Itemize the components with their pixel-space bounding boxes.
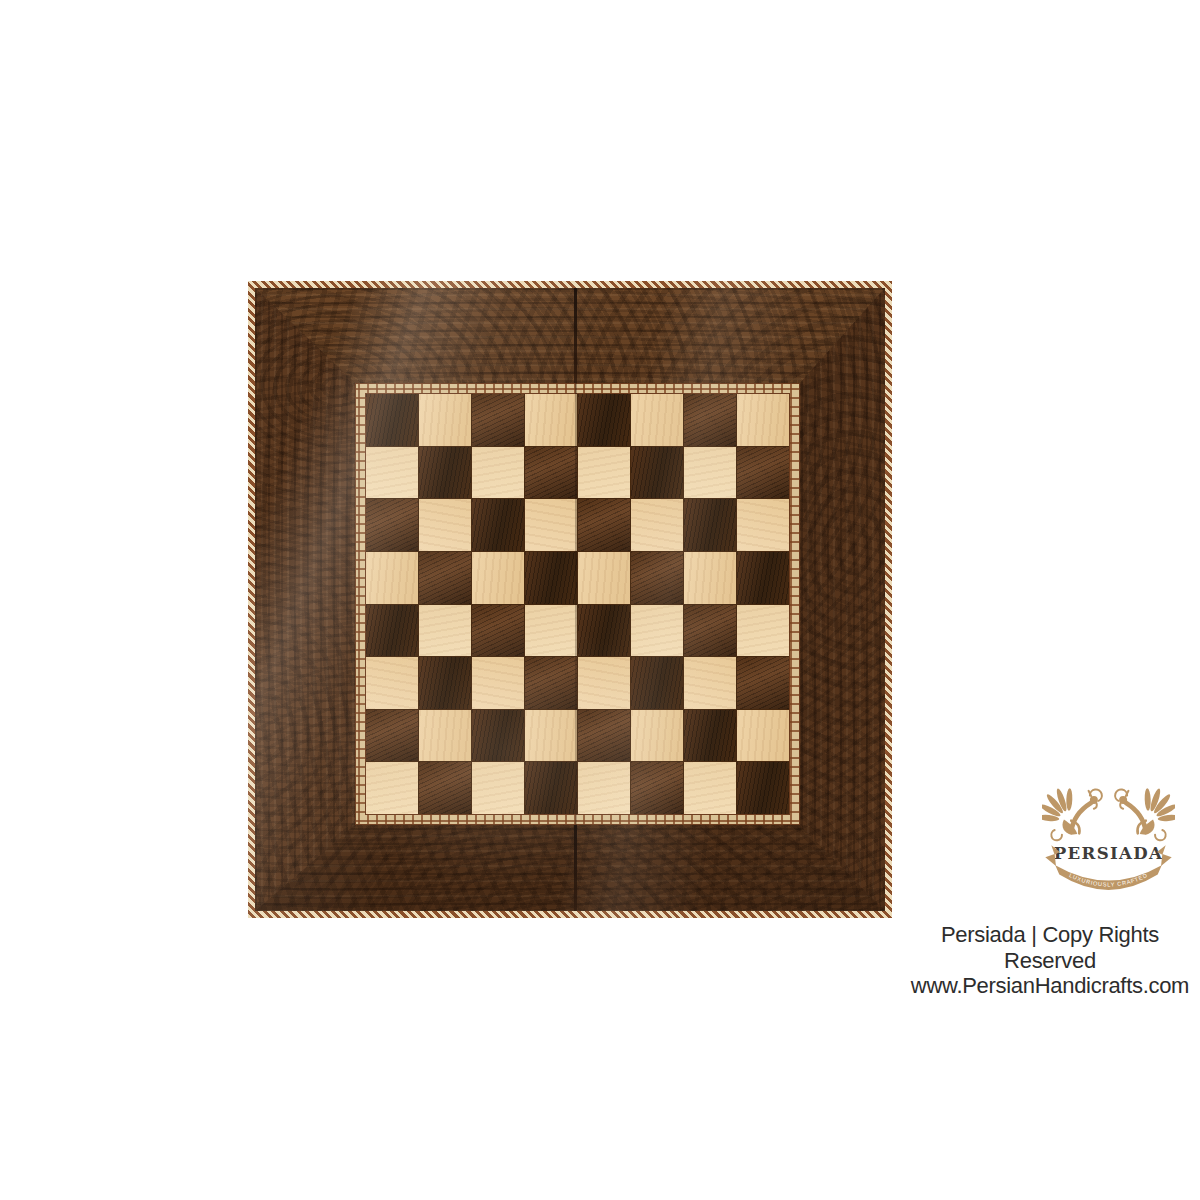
square-f1 — [631, 762, 683, 814]
square-a6 — [366, 499, 418, 551]
square-c4 — [472, 605, 524, 657]
square-d2 — [525, 710, 577, 762]
square-c6 — [472, 499, 524, 551]
square-f4 — [631, 605, 683, 657]
square-h1 — [737, 762, 789, 814]
square-a3 — [366, 657, 418, 709]
square-f7 — [631, 447, 683, 499]
square-d4 — [525, 605, 577, 657]
walnut-frame — [255, 288, 885, 911]
copyright-caption: Persiada | Copy Rights Reserved www.Pers… — [900, 922, 1200, 999]
square-a4 — [366, 605, 418, 657]
square-d3 — [525, 657, 577, 709]
persiada-logo-svg: PERSIADA LUXURIOUSLY CRAFTED — [1042, 768, 1175, 920]
square-f2 — [631, 710, 683, 762]
square-e5 — [578, 552, 630, 604]
griffins-icon — [1042, 788, 1175, 841]
square-e1 — [578, 762, 630, 814]
square-c3 — [472, 657, 524, 709]
square-h7 — [737, 447, 789, 499]
square-h5 — [737, 552, 789, 604]
square-g2 — [684, 710, 736, 762]
square-b5 — [419, 552, 471, 604]
square-d6 — [525, 499, 577, 551]
square-h8 — [737, 394, 789, 446]
square-g8 — [684, 394, 736, 446]
square-c2 — [472, 710, 524, 762]
fold-seam-bottom — [574, 825, 577, 911]
fold-seam-top — [574, 288, 577, 383]
square-c7 — [472, 447, 524, 499]
caption-line1: Persiada | Copy Rights Reserved — [900, 922, 1200, 973]
square-e8 — [578, 394, 630, 446]
square-b1 — [419, 762, 471, 814]
square-c1 — [472, 762, 524, 814]
square-g6 — [684, 499, 736, 551]
svg-text:LUXURIOUSLY CRAFTED: LUXURIOUSLY CRAFTED — [1068, 872, 1148, 888]
square-d8 — [525, 394, 577, 446]
square-a2 — [366, 710, 418, 762]
square-g3 — [684, 657, 736, 709]
square-h3 — [737, 657, 789, 709]
square-h4 — [737, 605, 789, 657]
square-g7 — [684, 447, 736, 499]
square-c8 — [472, 394, 524, 446]
square-e6 — [578, 499, 630, 551]
square-e4 — [578, 605, 630, 657]
square-b6 — [419, 499, 471, 551]
square-d7 — [525, 447, 577, 499]
square-f8 — [631, 394, 683, 446]
square-h2 — [737, 710, 789, 762]
square-e7 — [578, 447, 630, 499]
square-b2 — [419, 710, 471, 762]
square-e2 — [578, 710, 630, 762]
square-a5 — [366, 552, 418, 604]
square-a7 — [366, 447, 418, 499]
square-a1 — [366, 762, 418, 814]
logo-tagline: LUXURIOUSLY CRAFTED — [1068, 872, 1148, 888]
square-g1 — [684, 762, 736, 814]
square-g4 — [684, 605, 736, 657]
square-g5 — [684, 552, 736, 604]
square-f3 — [631, 657, 683, 709]
persiada-logo: PERSIADA LUXURIOUSLY CRAFTED — [1042, 768, 1175, 920]
fold-seam-middle — [575, 383, 577, 825]
product-photo: PERSIADA LUXURIOUSLY CRAFTED Persiada | … — [0, 0, 1200, 1200]
square-a8 — [366, 394, 418, 446]
square-e3 — [578, 657, 630, 709]
folding-chessboard[interactable] — [248, 281, 892, 918]
square-f6 — [631, 499, 683, 551]
checkerboard — [365, 393, 790, 815]
square-d1 — [525, 762, 577, 814]
square-f5 — [631, 552, 683, 604]
caption-line2: www.PersianHandicrafts.com — [900, 973, 1200, 999]
square-c5 — [472, 552, 524, 604]
inlay-border — [355, 383, 800, 825]
square-d5 — [525, 552, 577, 604]
square-b4 — [419, 605, 471, 657]
square-h6 — [737, 499, 789, 551]
persiada-wordmark: PERSIADA — [1054, 843, 1164, 863]
square-b8 — [419, 394, 471, 446]
square-b3 — [419, 657, 471, 709]
square-b7 — [419, 447, 471, 499]
